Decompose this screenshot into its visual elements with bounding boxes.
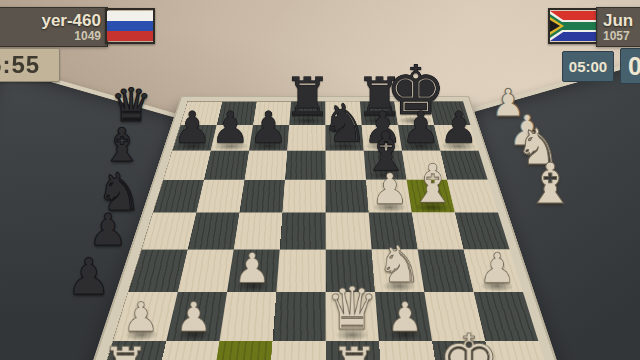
square-e5[interactable] — [326, 180, 369, 213]
square-h3[interactable]: ♟ — [464, 250, 523, 292]
square-c1[interactable] — [211, 341, 273, 360]
square-g1[interactable]: ♚ — [432, 341, 499, 360]
square-d6[interactable] — [285, 151, 326, 180]
piece-white-P-a2[interactable]: ♟ — [123, 298, 160, 337]
piece-white-B-g5[interactable]: ♝ — [409, 159, 457, 210]
clock-right-player: 05:00 — [562, 51, 614, 82]
square-a1[interactable]: ♜ — [95, 341, 166, 360]
captured-piece-black-P: ♟ — [88, 208, 127, 252]
player-left-rating: 1049 — [74, 30, 101, 43]
square-g3[interactable] — [418, 250, 474, 292]
square-d2[interactable] — [273, 292, 326, 341]
player-plate-left: yer-460 1049 — [0, 7, 108, 47]
square-e1[interactable]: ♜ — [326, 341, 384, 360]
chess-board[interactable]: ♜♜♚♟♟♟♞♟♟♟♝♟♝♟♞♟♟♟♛♟♜♜♚ — [94, 101, 556, 360]
square-c4[interactable] — [234, 212, 283, 249]
piece-white-P-h3[interactable]: ♟ — [479, 249, 516, 288]
board-area: ♜♜♚♟♟♟♞♟♟♟♝♟♝♟♞♟♟♟♛♟♜♜♚ — [144, 31, 506, 360]
flag-south-africa-icon — [548, 8, 598, 44]
square-h4[interactable] — [455, 212, 510, 249]
player-right-rating: 1057 — [603, 30, 633, 43]
square-c2[interactable] — [219, 292, 276, 341]
square-b2[interactable]: ♟ — [166, 292, 227, 341]
square-c7[interactable]: ♟ — [249, 125, 289, 151]
square-b4[interactable] — [188, 212, 240, 249]
square-d1[interactable] — [268, 341, 326, 360]
piece-white-R-e1[interactable]: ♜ — [330, 342, 378, 360]
square-f3[interactable]: ♞ — [372, 250, 425, 292]
piece-white-R-a1[interactable]: ♜ — [101, 342, 149, 360]
captured-piece-black-P: ♟ — [67, 252, 112, 302]
piece-white-K-g1[interactable]: ♚ — [438, 328, 500, 360]
square-b5[interactable] — [196, 180, 244, 213]
square-b6[interactable] — [204, 151, 249, 180]
player-plate-right: Jun 1057 — [596, 7, 640, 47]
flag-russia-icon — [105, 8, 155, 44]
piece-white-N-f3[interactable]: ♞ — [377, 240, 422, 288]
square-c3[interactable]: ♟ — [227, 250, 280, 292]
square-a6[interactable] — [163, 151, 210, 180]
square-e2[interactable]: ♛ — [326, 292, 379, 341]
square-f2[interactable]: ♟ — [375, 292, 432, 341]
piece-black-P-c7[interactable]: ♟ — [249, 107, 288, 148]
player-left-name: yer-460 — [41, 12, 101, 30]
square-d4[interactable] — [280, 212, 326, 249]
player-right-name: Jun — [603, 12, 633, 30]
square-e4[interactable] — [326, 212, 372, 249]
square-g5[interactable]: ♝ — [407, 180, 455, 213]
square-c5[interactable] — [239, 180, 285, 213]
square-b3[interactable] — [178, 250, 234, 292]
square-d3[interactable] — [276, 250, 325, 292]
square-d5[interactable] — [283, 180, 326, 213]
piece-black-P-a7[interactable]: ♟ — [173, 107, 212, 148]
square-e7[interactable]: ♞ — [326, 125, 364, 151]
piece-white-P-c3[interactable]: ♟ — [234, 249, 271, 288]
square-f5[interactable]: ♟ — [366, 180, 412, 213]
piece-black-P-h7[interactable]: ♟ — [439, 107, 478, 148]
piece-white-Q-e2[interactable]: ♛ — [326, 281, 379, 337]
square-b7[interactable]: ♟ — [211, 125, 253, 151]
piece-black-P-b7[interactable]: ♟ — [211, 107, 250, 148]
square-a4[interactable] — [142, 212, 197, 249]
piece-white-P-b2[interactable]: ♟ — [176, 298, 213, 337]
piece-white-P-f5[interactable]: ♟ — [371, 169, 409, 209]
clock-left-player: 06:55 — [0, 48, 60, 82]
captured-piece-black-B: ♝ — [101, 122, 142, 168]
board-frame: ♜♜♚♟♟♟♞♟♟♟♝♟♝♟♞♟♟♟♛♟♜♜♚ — [79, 97, 571, 360]
square-e6[interactable] — [326, 151, 367, 180]
chess-app-screen: ♛♝♞♟♟♟♟♞♝ ♜♜♚♟♟♟♞♟♟♟♝♟♝♟♞♟♟♟♛♟♜♜♚ yer-46… — [0, 0, 640, 360]
piece-white-P-f2[interactable]: ♟ — [387, 298, 424, 337]
square-d7[interactable] — [287, 125, 325, 151]
square-c6[interactable] — [245, 151, 288, 180]
captured-piece-white-B: ♝ — [525, 156, 575, 212]
clock-right-secondary: 0 — [620, 48, 640, 84]
square-h7[interactable]: ♟ — [434, 125, 478, 151]
